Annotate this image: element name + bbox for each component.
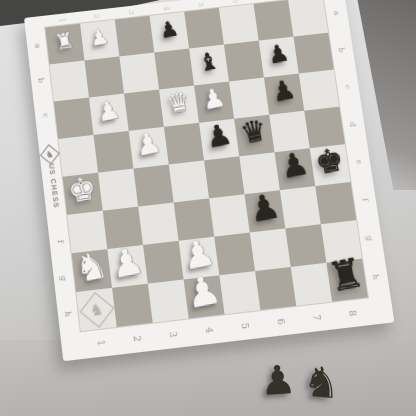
- square-e8[interactable]: ♚: [310, 144, 351, 186]
- square-g7[interactable]: [285, 224, 326, 267]
- square-e7[interactable]: ♟: [275, 148, 316, 190]
- file-label-right-g: g: [365, 235, 375, 241]
- white-knight-g1[interactable]: ♞: [71, 245, 110, 288]
- rank-label-bottom-5: 5: [239, 322, 250, 329]
- square-c6[interactable]: [229, 77, 269, 118]
- file-label-left-h: h: [63, 311, 73, 318]
- black-pawn-c7[interactable]: ♟: [269, 76, 298, 106]
- rank-label-top-5: 5: [196, 1, 206, 7]
- white-pawn-c5[interactable]: ♟: [199, 84, 228, 114]
- square-d6[interactable]: ♛: [234, 115, 274, 157]
- square-a8[interactable]: [288, 0, 328, 37]
- file-label-left-b: b: [36, 77, 46, 83]
- file-label-left-c: c: [40, 112, 50, 118]
- white-pawn-h4[interactable]: ♟: [181, 269, 224, 315]
- rank-label-bottom-2: 2: [131, 335, 142, 342]
- square-b6[interactable]: [224, 41, 264, 82]
- square-f5[interactable]: [209, 194, 250, 236]
- corner-knight-icon: ♞: [88, 299, 104, 320]
- square-g2[interactable]: ♟: [107, 245, 147, 288]
- vinyl-chess-board: 12345678 abc♞US CHESSfgh ♜♟♟♝♟♟♛♟♟♟♟♛♚♟♚…: [24, 0, 394, 361]
- us-chess-knight-icon: ♞: [40, 144, 60, 164]
- square-d2[interactable]: [94, 131, 134, 173]
- rank-label-top-6: 6: [231, 0, 241, 3]
- square-a1[interactable]: ♜: [45, 24, 84, 65]
- square-b7[interactable]: ♟: [259, 37, 299, 78]
- rank-label-top-4: 4: [161, 5, 171, 11]
- us-chess-brand-text: US CHESS: [47, 163, 59, 209]
- square-b1[interactable]: [50, 60, 89, 101]
- square-b3[interactable]: [119, 52, 159, 93]
- file-label-left-f: f: [55, 240, 65, 244]
- black-pawn-d5[interactable]: ♟: [202, 119, 233, 152]
- square-e3[interactable]: [133, 164, 173, 206]
- square-f6[interactable]: ♟: [244, 190, 285, 232]
- file-label-left-a: a: [33, 43, 43, 49]
- rank-label-top-2: 2: [92, 13, 102, 19]
- white-pawn-g2[interactable]: ♟: [107, 240, 147, 283]
- square-d1[interactable]: [58, 135, 98, 177]
- square-c7[interactable]: ♟: [264, 74, 304, 115]
- square-b5[interactable]: ♝: [189, 45, 229, 86]
- square-h8[interactable]: ♜: [326, 259, 367, 302]
- rank-label-bottom-8: 8: [346, 310, 357, 317]
- square-f8[interactable]: [315, 182, 356, 224]
- square-g1[interactable]: ♞: [72, 249, 112, 292]
- square-b4[interactable]: [154, 49, 194, 90]
- file-label-left-g: g: [59, 275, 69, 281]
- square-e5[interactable]: [204, 156, 244, 198]
- black-bishop-b5[interactable]: ♝: [195, 49, 221, 76]
- black-king-e8[interactable]: ♚: [312, 143, 346, 179]
- file-label-right-e: e: [354, 159, 364, 165]
- chessboard: ♜♟♟♝♟♟♛♟♟♟♟♛♚♟♚♟♞♟♟♞♟♜: [45, 0, 368, 331]
- board-corner-logo: ♞: [76, 288, 117, 331]
- rank-label-top-3: 3: [127, 9, 137, 15]
- square-c8[interactable]: [299, 70, 339, 111]
- file-label-right-f: f: [360, 198, 370, 202]
- rank-label-bottom-1: 1: [95, 339, 106, 346]
- black-rook-h8[interactable]: ♜: [324, 252, 367, 298]
- captured-black-knight[interactable]: ♞: [301, 360, 342, 405]
- file-label-right-a: a: [331, 10, 341, 16]
- square-a7[interactable]: [254, 0, 294, 41]
- white-pawn-c2[interactable]: ♟: [94, 96, 122, 126]
- rank-label-bottom-6: 6: [275, 318, 286, 325]
- square-c5[interactable]: ♟: [194, 81, 234, 122]
- square-h1[interactable]: ♞: [76, 288, 117, 331]
- square-e2[interactable]: [98, 169, 138, 211]
- file-label-right-d: d: [348, 121, 358, 127]
- rank-label-bottom-4: 4: [203, 326, 214, 333]
- white-pawn-a2[interactable]: ♟: [88, 25, 111, 49]
- white-queen-c4[interactable]: ♛: [164, 88, 192, 118]
- black-pawn-f6[interactable]: ♟: [245, 187, 282, 227]
- black-queen-d6[interactable]: ♛: [238, 115, 269, 148]
- rank-label-bottom-3: 3: [167, 331, 178, 338]
- rank-label-bottom-7: 7: [311, 314, 322, 321]
- square-h3[interactable]: [148, 279, 189, 322]
- square-a2[interactable]: ♟: [80, 20, 119, 61]
- square-c3[interactable]: [124, 89, 164, 130]
- square-d5[interactable]: ♟: [199, 119, 239, 161]
- black-pawn-e7[interactable]: ♟: [277, 147, 311, 183]
- square-g5[interactable]: [214, 233, 255, 276]
- square-b2[interactable]: [84, 56, 124, 97]
- square-a5[interactable]: [184, 8, 224, 49]
- square-e1[interactable]: ♚: [63, 173, 103, 215]
- square-a3[interactable]: [115, 16, 154, 57]
- square-h7[interactable]: [291, 263, 332, 306]
- square-c4[interactable]: ♛: [159, 85, 199, 126]
- black-pawn-b7[interactable]: ♟: [265, 41, 291, 68]
- square-d4[interactable]: [164, 123, 204, 165]
- file-label-right-c: c: [343, 84, 353, 90]
- square-e4[interactable]: [169, 160, 209, 202]
- square-d3[interactable]: ♟: [129, 127, 169, 169]
- square-a4[interactable]: ♟: [150, 12, 190, 53]
- white-king-e1[interactable]: ♚: [65, 172, 99, 209]
- square-f3[interactable]: [138, 202, 178, 244]
- square-c1[interactable]: [54, 98, 94, 139]
- square-c2[interactable]: ♟: [89, 94, 129, 135]
- square-g3[interactable]: [143, 241, 184, 284]
- file-label-right-b: b: [337, 47, 347, 53]
- square-g6[interactable]: [250, 228, 291, 271]
- square-f7[interactable]: [280, 186, 321, 228]
- file-label-right-h: h: [371, 273, 381, 279]
- square-h4[interactable]: ♟: [184, 275, 225, 318]
- rank-label-top-1: 1: [57, 17, 67, 23]
- white-pawn-d3[interactable]: ♟: [132, 128, 163, 161]
- white-rook-a1[interactable]: ♜: [53, 29, 76, 53]
- square-h2[interactable]: [112, 284, 153, 327]
- square-b8[interactable]: [293, 33, 333, 74]
- square-h6[interactable]: [255, 267, 296, 310]
- black-pawn-a4[interactable]: ♟: [157, 18, 180, 42]
- square-a6[interactable]: [219, 4, 259, 45]
- square-h5[interactable]: [219, 271, 260, 314]
- captured-black-pawn[interactable]: ♟: [259, 359, 298, 401]
